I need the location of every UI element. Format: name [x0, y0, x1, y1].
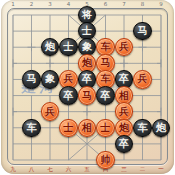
xiangqi-board-background: 123456789九八七六五四三二一 楚河 漢界 将士马炮士象车兵炮马马象兵卒车… — [1, 0, 174, 174]
piece-black-cannon[interactable]: 炮 — [41, 38, 59, 56]
board[interactable]: 将士马炮士象车兵炮马马象兵卒车卒兵卒马卒相兵兵车士相士炮车炮卒帅 — [4, 7, 171, 168]
piece-black-soldier[interactable]: 卒 — [59, 86, 77, 104]
piece-black-advisor[interactable]: 士 — [59, 38, 77, 56]
piece-black-elephant[interactable]: 象 — [41, 70, 59, 88]
piece-red-advisor[interactable]: 士 — [59, 119, 77, 137]
piece-red-advisor[interactable]: 士 — [96, 119, 114, 137]
piece-red-elephant[interactable]: 相 — [78, 119, 96, 137]
piece-red-horse[interactable]: 马 — [78, 86, 96, 104]
piece-red-soldier[interactable]: 兵 — [133, 70, 151, 88]
piece-black-horse[interactable]: 马 — [22, 70, 40, 88]
piece-red-soldier[interactable]: 兵 — [41, 102, 59, 120]
piece-red-general[interactable]: 帅 — [96, 151, 114, 169]
piece-black-cannon[interactable]: 炮 — [152, 119, 170, 137]
app-icon: 123456789九八七六五四三二一 楚河 漢界 将士马炮士象车兵炮马马象兵卒车… — [0, 0, 175, 175]
piece-black-chariot[interactable]: 车 — [22, 119, 40, 137]
piece-black-soldier[interactable]: 卒 — [96, 86, 114, 104]
piece-red-soldier[interactable]: 兵 — [115, 38, 133, 56]
piece-black-horse[interactable]: 马 — [133, 22, 151, 40]
piece-black-soldier[interactable]: 卒 — [115, 135, 133, 153]
piece-black-chariot[interactable]: 车 — [133, 119, 151, 137]
